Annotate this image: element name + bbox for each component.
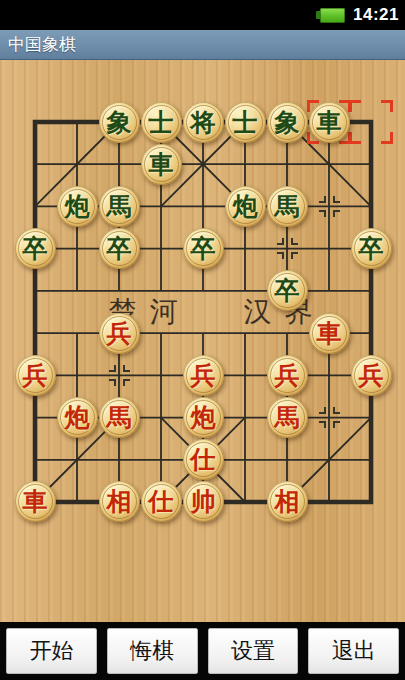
piece-glyph: 車	[317, 321, 342, 346]
piece-glyph: 卒	[23, 236, 48, 261]
board-piece-red[interactable]: 馬	[267, 397, 308, 438]
piece-glyph: 相	[107, 489, 132, 514]
app-window: 14:21 中国象棋 楚河 汉界 象士将	[0, 0, 405, 680]
title-bar: 中国象棋	[0, 30, 405, 60]
piece-glyph: 馬	[107, 194, 132, 219]
battery-icon	[316, 8, 346, 23]
board-piece-black[interactable]: 卒	[183, 228, 224, 269]
board-piece-black[interactable]: 炮	[57, 186, 98, 227]
piece-glyph: 象	[107, 110, 132, 135]
piece-glyph: 士	[233, 110, 258, 135]
board-piece-black[interactable]: 車	[309, 102, 350, 143]
piece-glyph: 仕	[149, 489, 174, 514]
undo-move-button[interactable]: 悔棋	[107, 628, 198, 674]
piece-glyph: 兵	[23, 363, 48, 388]
board-piece-red[interactable]: 兵	[351, 355, 392, 396]
board-piece-red[interactable]: 兵	[183, 355, 224, 396]
piece-glyph: 車	[23, 489, 48, 514]
board-piece-red[interactable]: 炮	[183, 397, 224, 438]
board-piece-black[interactable]: 象	[99, 102, 140, 143]
piece-glyph: 仕	[191, 447, 216, 472]
piece-glyph: 将	[191, 110, 216, 135]
piece-glyph: 車	[149, 152, 174, 177]
bottom-toolbar: 开始 悔棋 设置 退出	[0, 622, 405, 680]
board-piece-black[interactable]: 車	[141, 144, 182, 185]
piece-glyph: 馬	[275, 194, 300, 219]
piece-glyph: 士	[149, 110, 174, 135]
piece-glyph: 兵	[107, 321, 132, 346]
board-piece-black[interactable]: 象	[267, 102, 308, 143]
board-piece-black[interactable]: 馬	[267, 186, 308, 227]
piece-glyph: 兵	[359, 363, 384, 388]
battery-level-fill	[320, 8, 345, 23]
board-piece-red[interactable]: 兵	[15, 355, 56, 396]
start-button[interactable]: 开始	[6, 628, 97, 674]
board-piece-black[interactable]: 卒	[15, 228, 56, 269]
piece-glyph: 馬	[275, 405, 300, 430]
xiangqi-board[interactable]: 楚河 汉界 象士将士象車車炮馬炮馬卒卒卒卒卒兵車兵兵兵兵炮馬炮馬仕車相仕帅相	[0, 60, 405, 622]
board-piece-red[interactable]: 仕	[183, 439, 224, 480]
piece-glyph: 炮	[65, 405, 90, 430]
piece-glyph: 炮	[233, 194, 258, 219]
piece-glyph: 象	[275, 110, 300, 135]
board-piece-black[interactable]: 卒	[351, 228, 392, 269]
board-piece-black[interactable]: 将	[183, 102, 224, 143]
board-piece-red[interactable]: 相	[267, 481, 308, 522]
settings-button[interactable]: 设置	[208, 628, 299, 674]
board-piece-red[interactable]: 仕	[141, 481, 182, 522]
board-piece-black[interactable]: 士	[225, 102, 266, 143]
board-piece-red[interactable]: 帅	[183, 481, 224, 522]
piece-glyph: 兵	[191, 363, 216, 388]
board-piece-red[interactable]: 車	[309, 313, 350, 354]
board-piece-red[interactable]: 車	[15, 481, 56, 522]
board-piece-red[interactable]: 兵	[99, 313, 140, 354]
piece-glyph: 卒	[191, 236, 216, 261]
piece-glyph: 卒	[275, 278, 300, 303]
status-bar: 14:21	[0, 0, 405, 30]
board-piece-black[interactable]: 卒	[267, 270, 308, 311]
exit-button[interactable]: 退出	[308, 628, 399, 674]
piece-glyph: 馬	[107, 405, 132, 430]
board-piece-black[interactable]: 卒	[99, 228, 140, 269]
board-piece-black[interactable]: 士	[141, 102, 182, 143]
piece-glyph: 車	[317, 110, 342, 135]
piece-glyph: 卒	[107, 236, 132, 261]
app-title: 中国象棋	[8, 33, 76, 56]
piece-glyph: 炮	[65, 194, 90, 219]
board-piece-red[interactable]: 兵	[267, 355, 308, 396]
board-piece-red[interactable]: 馬	[99, 397, 140, 438]
piece-glyph: 卒	[359, 236, 384, 261]
board-piece-black[interactable]: 炮	[225, 186, 266, 227]
board-piece-red[interactable]: 相	[99, 481, 140, 522]
board-piece-red[interactable]: 炮	[57, 397, 98, 438]
piece-glyph: 相	[275, 489, 300, 514]
board-piece-black[interactable]: 馬	[99, 186, 140, 227]
piece-glyph: 帅	[191, 489, 216, 514]
status-clock: 14:21	[353, 5, 399, 25]
piece-glyph: 炮	[191, 405, 216, 430]
piece-glyph: 兵	[275, 363, 300, 388]
